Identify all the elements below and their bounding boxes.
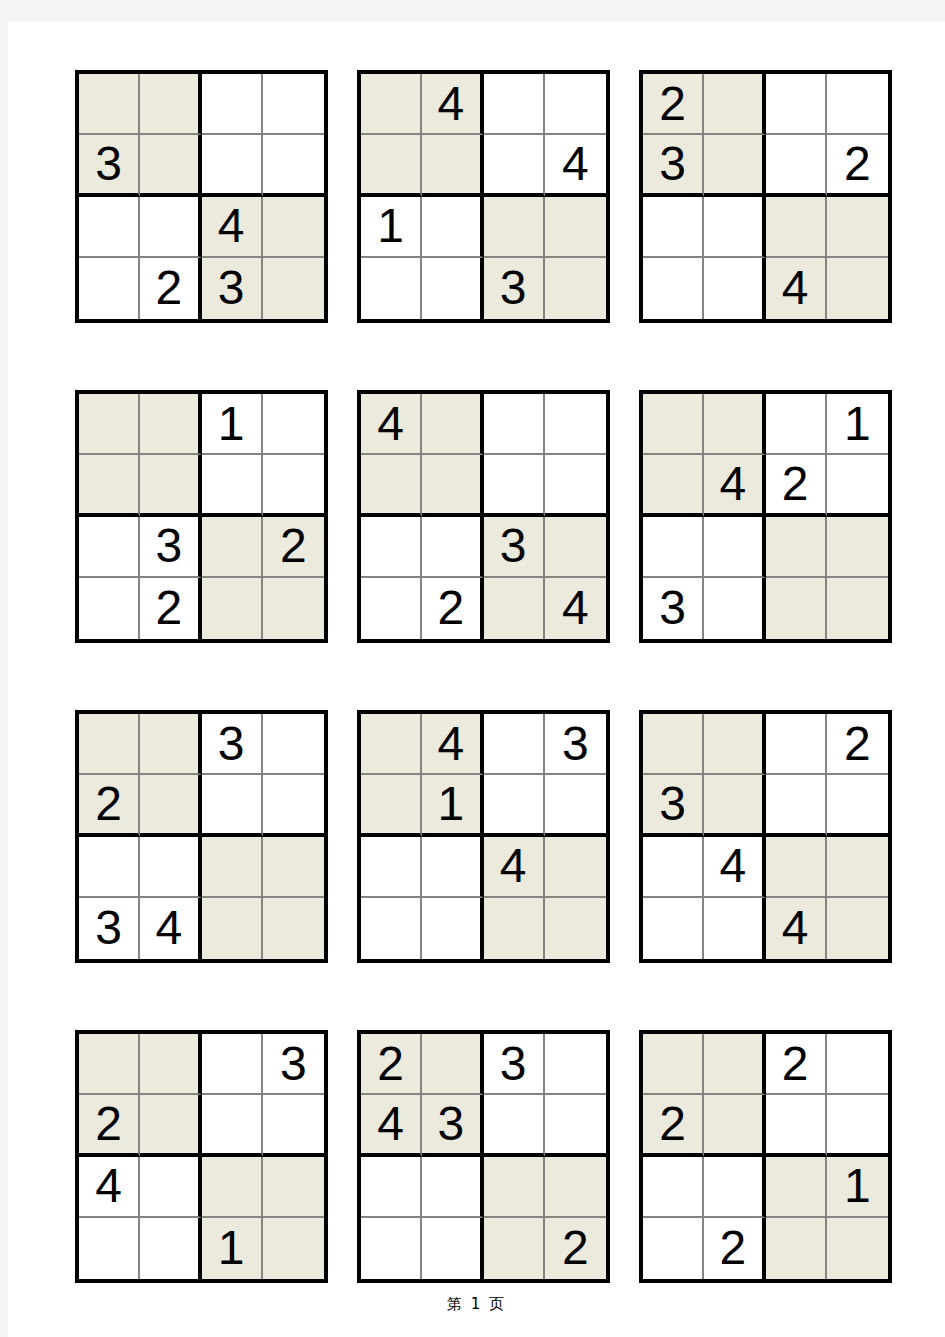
- empty-cell: [643, 394, 704, 455]
- given-cell: 3: [202, 258, 263, 319]
- empty-cell: [202, 1095, 263, 1156]
- empty-cell: [704, 517, 765, 578]
- given-cell: 3: [484, 517, 545, 578]
- empty-cell: [545, 837, 606, 898]
- empty-cell: [263, 394, 324, 455]
- empty-cell: [361, 258, 422, 319]
- given-cell: 3: [484, 1034, 545, 1095]
- sudoku-board-9: 2344: [639, 710, 892, 963]
- empty-cell: [827, 837, 888, 898]
- empty-cell: [704, 578, 765, 639]
- empty-cell: [422, 898, 483, 959]
- empty-cell: [484, 394, 545, 455]
- empty-cell: [545, 197, 606, 258]
- given-cell: 1: [202, 394, 263, 455]
- empty-cell: [361, 74, 422, 135]
- given-cell: 2: [827, 714, 888, 775]
- empty-cell: [545, 74, 606, 135]
- empty-cell: [263, 258, 324, 319]
- empty-cell: [827, 517, 888, 578]
- empty-cell: [545, 1034, 606, 1095]
- empty-cell: [484, 1095, 545, 1156]
- empty-cell: [484, 578, 545, 639]
- given-cell: 4: [766, 258, 827, 319]
- empty-cell: [140, 455, 201, 516]
- empty-cell: [422, 455, 483, 516]
- empty-cell: [484, 714, 545, 775]
- empty-cell: [202, 135, 263, 196]
- given-cell: 3: [545, 714, 606, 775]
- given-cell: 4: [202, 197, 263, 258]
- empty-cell: [643, 898, 704, 959]
- empty-cell: [766, 1157, 827, 1218]
- empty-cell: [140, 837, 201, 898]
- empty-cell: [202, 837, 263, 898]
- empty-cell: [361, 578, 422, 639]
- empty-cell: [263, 837, 324, 898]
- given-cell: 2: [766, 455, 827, 516]
- empty-cell: [643, 1157, 704, 1218]
- empty-cell: [140, 197, 201, 258]
- sudoku-board-11: 23432: [357, 1030, 610, 1283]
- empty-cell: [361, 775, 422, 836]
- empty-cell: [422, 258, 483, 319]
- empty-cell: [827, 455, 888, 516]
- given-cell: 2: [827, 135, 888, 196]
- sudoku-board-6: 1423: [639, 390, 892, 643]
- given-cell: 1: [202, 1218, 263, 1279]
- empty-cell: [422, 135, 483, 196]
- given-cell: 4: [422, 74, 483, 135]
- empty-cell: [263, 74, 324, 135]
- empty-cell: [766, 837, 827, 898]
- given-cell: 4: [545, 578, 606, 639]
- empty-cell: [422, 517, 483, 578]
- empty-cell: [263, 455, 324, 516]
- empty-cell: [827, 775, 888, 836]
- given-cell: 1: [361, 197, 422, 258]
- empty-cell: [79, 578, 140, 639]
- empty-cell: [704, 1157, 765, 1218]
- empty-cell: [484, 197, 545, 258]
- empty-cell: [202, 517, 263, 578]
- empty-cell: [827, 1218, 888, 1279]
- empty-cell: [202, 898, 263, 959]
- given-cell: 2: [643, 74, 704, 135]
- empty-cell: [79, 74, 140, 135]
- empty-cell: [484, 1218, 545, 1279]
- given-cell: 3: [484, 258, 545, 319]
- given-cell: 2: [766, 1034, 827, 1095]
- sudoku-board-8: 4314: [357, 710, 610, 963]
- given-cell: 1: [422, 775, 483, 836]
- empty-cell: [545, 394, 606, 455]
- empty-cell: [263, 197, 324, 258]
- empty-cell: [545, 1095, 606, 1156]
- empty-cell: [827, 258, 888, 319]
- given-cell: 3: [643, 578, 704, 639]
- given-cell: 2: [140, 578, 201, 639]
- empty-cell: [422, 1034, 483, 1095]
- empty-cell: [79, 517, 140, 578]
- given-cell: 2: [545, 1218, 606, 1279]
- empty-cell: [766, 517, 827, 578]
- empty-cell: [140, 74, 201, 135]
- empty-cell: [140, 1157, 201, 1218]
- given-cell: 4: [361, 394, 422, 455]
- empty-cell: [202, 1034, 263, 1095]
- empty-cell: [263, 1218, 324, 1279]
- given-cell: 3: [79, 135, 140, 196]
- empty-cell: [766, 1095, 827, 1156]
- empty-cell: [643, 197, 704, 258]
- empty-cell: [79, 1034, 140, 1095]
- empty-cell: [263, 775, 324, 836]
- sudoku-board-4: 1322: [75, 390, 328, 643]
- empty-cell: [361, 1157, 422, 1218]
- empty-cell: [643, 455, 704, 516]
- given-cell: 2: [361, 1034, 422, 1095]
- empty-cell: [704, 1095, 765, 1156]
- empty-cell: [140, 135, 201, 196]
- empty-cell: [422, 394, 483, 455]
- given-cell: 4: [422, 714, 483, 775]
- empty-cell: [704, 1034, 765, 1095]
- empty-cell: [545, 517, 606, 578]
- empty-cell: [827, 74, 888, 135]
- empty-cell: [79, 197, 140, 258]
- empty-cell: [766, 578, 827, 639]
- empty-cell: [827, 197, 888, 258]
- empty-cell: [202, 1157, 263, 1218]
- empty-cell: [766, 74, 827, 135]
- empty-cell: [202, 578, 263, 639]
- empty-cell: [422, 837, 483, 898]
- empty-cell: [766, 135, 827, 196]
- sudoku-board-7: 3234: [75, 710, 328, 963]
- empty-cell: [827, 1095, 888, 1156]
- empty-cell: [140, 1034, 201, 1095]
- empty-cell: [263, 1095, 324, 1156]
- empty-cell: [140, 394, 201, 455]
- given-cell: 4: [361, 1095, 422, 1156]
- empty-cell: [827, 578, 888, 639]
- empty-cell: [766, 775, 827, 836]
- empty-cell: [361, 1218, 422, 1279]
- sudoku-board-3: 2324: [639, 70, 892, 323]
- given-cell: 4: [545, 135, 606, 196]
- sudoku-board-12: 2212: [639, 1030, 892, 1283]
- empty-cell: [79, 837, 140, 898]
- empty-cell: [263, 714, 324, 775]
- empty-cell: [545, 775, 606, 836]
- empty-cell: [202, 455, 263, 516]
- empty-cell: [361, 517, 422, 578]
- given-cell: 2: [79, 1095, 140, 1156]
- empty-cell: [704, 258, 765, 319]
- given-cell: 2: [140, 258, 201, 319]
- given-cell: 3: [202, 714, 263, 775]
- given-cell: 4: [766, 898, 827, 959]
- given-cell: 2: [79, 775, 140, 836]
- empty-cell: [361, 837, 422, 898]
- empty-cell: [766, 714, 827, 775]
- empty-cell: [263, 1157, 324, 1218]
- empty-cell: [643, 714, 704, 775]
- empty-cell: [827, 1034, 888, 1095]
- empty-cell: [361, 455, 422, 516]
- given-cell: 2: [263, 517, 324, 578]
- empty-cell: [545, 455, 606, 516]
- worksheet-page: 3423441323241322432414233234431423443241…: [8, 21, 945, 1337]
- given-cell: 4: [79, 1157, 140, 1218]
- empty-cell: [484, 74, 545, 135]
- empty-cell: [704, 714, 765, 775]
- empty-cell: [704, 898, 765, 959]
- given-cell: 4: [484, 837, 545, 898]
- empty-cell: [766, 1218, 827, 1279]
- empty-cell: [361, 135, 422, 196]
- empty-cell: [202, 775, 263, 836]
- sudoku-board-5: 4324: [357, 390, 610, 643]
- empty-cell: [79, 455, 140, 516]
- empty-cell: [422, 197, 483, 258]
- empty-cell: [766, 394, 827, 455]
- empty-cell: [766, 197, 827, 258]
- given-cell: 3: [643, 775, 704, 836]
- empty-cell: [704, 197, 765, 258]
- empty-cell: [79, 714, 140, 775]
- empty-cell: [140, 714, 201, 775]
- empty-cell: [643, 837, 704, 898]
- sudoku-board-1: 3423: [75, 70, 328, 323]
- empty-cell: [79, 1218, 140, 1279]
- empty-cell: [704, 135, 765, 196]
- empty-cell: [263, 135, 324, 196]
- empty-cell: [140, 775, 201, 836]
- empty-cell: [140, 1218, 201, 1279]
- empty-cell: [827, 898, 888, 959]
- empty-cell: [79, 258, 140, 319]
- page-number-footer: 第 1 页: [8, 1295, 945, 1314]
- empty-cell: [202, 74, 263, 135]
- empty-cell: [704, 775, 765, 836]
- sudoku-board-2: 4413: [357, 70, 610, 323]
- puzzles-grid: 3423441323241322432414233234431423443241…: [75, 70, 892, 1283]
- empty-cell: [545, 1157, 606, 1218]
- empty-cell: [484, 455, 545, 516]
- empty-cell: [263, 578, 324, 639]
- given-cell: 1: [827, 1157, 888, 1218]
- given-cell: 2: [643, 1095, 704, 1156]
- empty-cell: [643, 517, 704, 578]
- empty-cell: [704, 394, 765, 455]
- given-cell: 4: [140, 898, 201, 959]
- given-cell: 3: [422, 1095, 483, 1156]
- given-cell: 1: [827, 394, 888, 455]
- given-cell: 4: [704, 455, 765, 516]
- given-cell: 2: [422, 578, 483, 639]
- given-cell: 3: [263, 1034, 324, 1095]
- empty-cell: [263, 898, 324, 959]
- empty-cell: [545, 258, 606, 319]
- empty-cell: [643, 258, 704, 319]
- given-cell: 4: [704, 837, 765, 898]
- empty-cell: [361, 714, 422, 775]
- empty-cell: [484, 898, 545, 959]
- empty-cell: [545, 898, 606, 959]
- empty-cell: [704, 74, 765, 135]
- empty-cell: [79, 394, 140, 455]
- empty-cell: [643, 1034, 704, 1095]
- empty-cell: [422, 1157, 483, 1218]
- given-cell: 3: [79, 898, 140, 959]
- given-cell: 3: [140, 517, 201, 578]
- empty-cell: [484, 775, 545, 836]
- empty-cell: [484, 1157, 545, 1218]
- empty-cell: [140, 1095, 201, 1156]
- empty-cell: [361, 898, 422, 959]
- sudoku-board-10: 3241: [75, 1030, 328, 1283]
- given-cell: 2: [704, 1218, 765, 1279]
- empty-cell: [643, 1218, 704, 1279]
- given-cell: 3: [643, 135, 704, 196]
- empty-cell: [484, 135, 545, 196]
- empty-cell: [422, 1218, 483, 1279]
